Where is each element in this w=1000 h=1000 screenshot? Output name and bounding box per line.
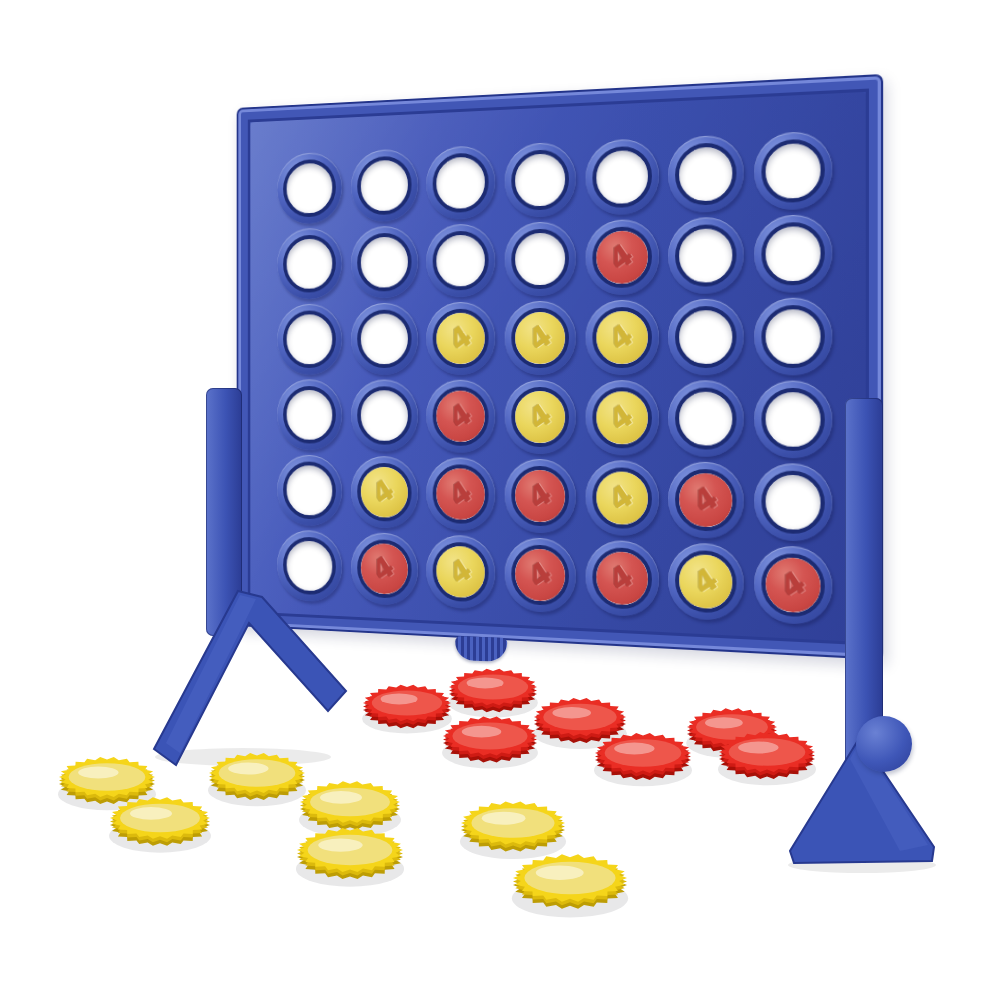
loose-discs-layer bbox=[0, 0, 1000, 1000]
loose-yellow-disc[interactable] bbox=[299, 781, 401, 836]
connect4-product-photo: 444444444444444444 bbox=[0, 0, 1000, 1000]
loose-yellow-disc[interactable] bbox=[208, 753, 306, 806]
loose-yellow-disc[interactable] bbox=[296, 828, 404, 887]
loose-red-disc[interactable] bbox=[442, 717, 538, 769]
loose-red-disc[interactable] bbox=[362, 685, 452, 734]
loose-red-disc[interactable] bbox=[448, 669, 538, 718]
loose-yellow-disc[interactable] bbox=[512, 854, 628, 917]
loose-yellow-disc[interactable] bbox=[460, 801, 566, 859]
